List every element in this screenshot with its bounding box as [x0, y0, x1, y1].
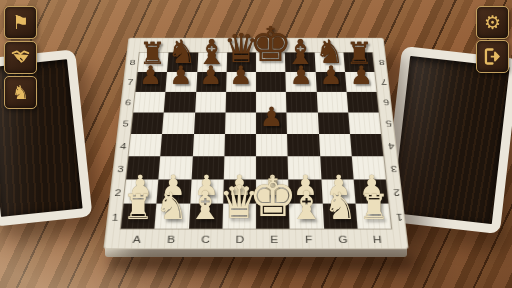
handshake-icon [10, 47, 31, 68]
pieces-layer: ♜♞♝♛♚♝♞♜♟♟♟♟♟♟♟♟♟♟♟♟♟♟♟♟♜♞♝♛♚♝♞♜ [0, 0, 512, 288]
piece-white-knight-b1[interactable]: ♞ [155, 188, 188, 225]
piece-black-pawn-c7[interactable]: ♟ [200, 63, 223, 88]
piece-white-rook-h1[interactable]: ♜ [359, 190, 390, 225]
scene: ABCDEFGH1122334455667788 ♜♞♝♛♚♝♞♜♟♟♟♟♟♟♟… [0, 0, 512, 288]
piece-black-pawn-b7[interactable]: ♟ [169, 63, 192, 88]
piece-black-pawn-h7[interactable]: ♟ [350, 63, 373, 88]
draw-offer-button[interactable] [4, 41, 37, 74]
gear-icon: ⚙ [484, 13, 501, 32]
piece-black-pawn-a7[interactable]: ♟ [139, 63, 162, 88]
piece-white-rook-a1[interactable]: ♜ [122, 190, 153, 225]
exit-button[interactable] [476, 40, 509, 73]
flag-button[interactable]: ⚑ [4, 6, 37, 39]
piece-black-pawn-f7[interactable]: ♟ [290, 63, 313, 88]
piece-black-pawn-e5[interactable]: ♟ [260, 104, 284, 130]
exit-icon [482, 46, 503, 67]
knight-button[interactable]: ♞ [4, 76, 37, 109]
piece-black-pawn-g7[interactable]: ♟ [320, 63, 343, 88]
flag-icon: ⚑ [12, 13, 29, 32]
piece-white-knight-g1[interactable]: ♞ [324, 188, 357, 225]
piece-black-pawn-d7[interactable]: ♟ [230, 63, 253, 88]
settings-button[interactable]: ⚙ [476, 6, 509, 39]
knight-icon: ♞ [12, 83, 29, 102]
piece-white-bishop-f1[interactable]: ♝ [289, 185, 324, 224]
